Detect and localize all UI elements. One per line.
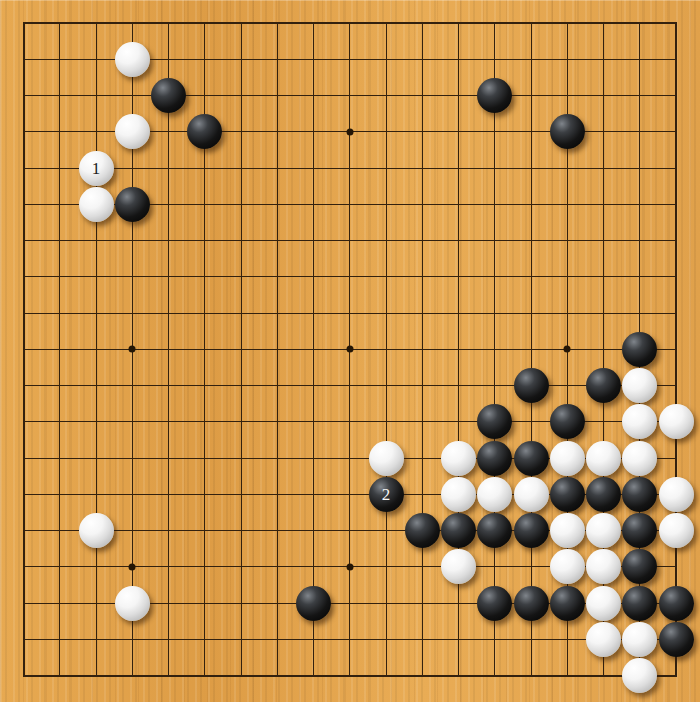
intersection[interactable] bbox=[368, 77, 404, 113]
intersection[interactable] bbox=[658, 77, 694, 113]
intersection[interactable] bbox=[42, 114, 78, 150]
intersection[interactable] bbox=[150, 150, 186, 186]
intersection[interactable] bbox=[295, 404, 331, 440]
intersection[interactable] bbox=[549, 259, 585, 295]
intersection[interactable] bbox=[114, 295, 150, 331]
intersection[interactable] bbox=[259, 367, 295, 403]
intersection[interactable] bbox=[658, 440, 694, 476]
intersection[interactable] bbox=[5, 621, 41, 657]
intersection[interactable] bbox=[549, 585, 585, 621]
intersection[interactable] bbox=[549, 367, 585, 403]
intersection[interactable] bbox=[5, 657, 41, 693]
intersection[interactable] bbox=[585, 476, 621, 512]
intersection[interactable] bbox=[42, 5, 78, 41]
intersection[interactable] bbox=[5, 476, 41, 512]
intersection[interactable] bbox=[187, 476, 223, 512]
intersection[interactable] bbox=[440, 77, 476, 113]
intersection[interactable] bbox=[622, 585, 658, 621]
intersection[interactable] bbox=[513, 114, 549, 150]
intersection[interactable] bbox=[332, 222, 368, 258]
intersection[interactable] bbox=[477, 585, 513, 621]
intersection[interactable] bbox=[187, 367, 223, 403]
intersection[interactable] bbox=[658, 331, 694, 367]
intersection[interactable] bbox=[187, 222, 223, 258]
intersection[interactable] bbox=[295, 114, 331, 150]
intersection[interactable] bbox=[295, 657, 331, 693]
intersection[interactable] bbox=[42, 585, 78, 621]
intersection[interactable] bbox=[295, 186, 331, 222]
intersection[interactable] bbox=[477, 295, 513, 331]
intersection[interactable] bbox=[477, 440, 513, 476]
intersection[interactable] bbox=[295, 259, 331, 295]
intersection[interactable] bbox=[259, 150, 295, 186]
intersection[interactable] bbox=[5, 77, 41, 113]
intersection[interactable] bbox=[513, 186, 549, 222]
intersection[interactable] bbox=[332, 367, 368, 403]
intersection[interactable] bbox=[622, 41, 658, 77]
intersection[interactable] bbox=[150, 41, 186, 77]
intersection[interactable] bbox=[223, 585, 259, 621]
intersection[interactable] bbox=[187, 440, 223, 476]
intersection[interactable] bbox=[295, 440, 331, 476]
intersection[interactable] bbox=[150, 404, 186, 440]
intersection[interactable] bbox=[440, 367, 476, 403]
intersection[interactable] bbox=[440, 440, 476, 476]
intersection[interactable] bbox=[259, 295, 295, 331]
intersection[interactable] bbox=[5, 512, 41, 548]
intersection[interactable] bbox=[440, 150, 476, 186]
intersection[interactable] bbox=[513, 621, 549, 657]
intersection[interactable] bbox=[477, 41, 513, 77]
intersection[interactable] bbox=[477, 404, 513, 440]
intersection[interactable] bbox=[368, 367, 404, 403]
intersection[interactable] bbox=[549, 512, 585, 548]
intersection[interactable] bbox=[187, 295, 223, 331]
intersection[interactable] bbox=[585, 585, 621, 621]
intersection[interactable] bbox=[114, 114, 150, 150]
intersection[interactable] bbox=[295, 77, 331, 113]
intersection[interactable] bbox=[259, 440, 295, 476]
intersection[interactable] bbox=[223, 114, 259, 150]
intersection[interactable] bbox=[114, 512, 150, 548]
intersection[interactable] bbox=[5, 549, 41, 585]
intersection[interactable] bbox=[549, 295, 585, 331]
intersection[interactable] bbox=[259, 621, 295, 657]
intersection[interactable] bbox=[368, 259, 404, 295]
intersection[interactable] bbox=[404, 512, 440, 548]
intersection[interactable] bbox=[622, 222, 658, 258]
intersection[interactable] bbox=[223, 440, 259, 476]
intersection[interactable] bbox=[78, 512, 114, 548]
intersection[interactable] bbox=[259, 114, 295, 150]
intersection[interactable] bbox=[259, 259, 295, 295]
intersection[interactable] bbox=[658, 404, 694, 440]
intersection[interactable] bbox=[585, 657, 621, 693]
intersection[interactable] bbox=[150, 186, 186, 222]
intersection[interactable] bbox=[114, 186, 150, 222]
intersection[interactable] bbox=[187, 512, 223, 548]
intersection[interactable] bbox=[114, 259, 150, 295]
intersection[interactable] bbox=[114, 331, 150, 367]
intersection[interactable] bbox=[585, 331, 621, 367]
intersection[interactable] bbox=[404, 404, 440, 440]
intersection[interactable] bbox=[223, 331, 259, 367]
intersection[interactable] bbox=[622, 77, 658, 113]
intersection[interactable] bbox=[477, 259, 513, 295]
intersection[interactable] bbox=[549, 150, 585, 186]
intersection[interactable]: 1 bbox=[78, 150, 114, 186]
intersection[interactable] bbox=[150, 367, 186, 403]
intersection[interactable] bbox=[404, 621, 440, 657]
intersection[interactable] bbox=[295, 367, 331, 403]
intersection[interactable] bbox=[259, 404, 295, 440]
intersection[interactable] bbox=[404, 259, 440, 295]
intersection[interactable] bbox=[440, 657, 476, 693]
intersection[interactable] bbox=[42, 621, 78, 657]
intersection[interactable] bbox=[332, 114, 368, 150]
intersection[interactable] bbox=[223, 295, 259, 331]
intersection[interactable] bbox=[513, 5, 549, 41]
intersection[interactable] bbox=[5, 331, 41, 367]
intersection[interactable] bbox=[78, 585, 114, 621]
intersection[interactable] bbox=[114, 549, 150, 585]
intersection[interactable] bbox=[332, 512, 368, 548]
intersection[interactable] bbox=[585, 295, 621, 331]
intersection[interactable] bbox=[658, 186, 694, 222]
intersection[interactable] bbox=[332, 150, 368, 186]
intersection[interactable] bbox=[513, 150, 549, 186]
intersection[interactable] bbox=[42, 295, 78, 331]
intersection[interactable] bbox=[513, 41, 549, 77]
intersection[interactable] bbox=[42, 404, 78, 440]
intersection[interactable] bbox=[404, 150, 440, 186]
intersection[interactable] bbox=[150, 585, 186, 621]
intersection[interactable] bbox=[513, 657, 549, 693]
intersection[interactable] bbox=[332, 404, 368, 440]
intersection[interactable] bbox=[295, 512, 331, 548]
intersection[interactable] bbox=[368, 440, 404, 476]
intersection[interactable] bbox=[585, 222, 621, 258]
intersection[interactable] bbox=[114, 77, 150, 113]
intersection[interactable] bbox=[78, 476, 114, 512]
intersection[interactable] bbox=[477, 512, 513, 548]
intersection[interactable] bbox=[549, 331, 585, 367]
intersection[interactable] bbox=[440, 331, 476, 367]
intersection[interactable] bbox=[42, 186, 78, 222]
intersection[interactable] bbox=[223, 259, 259, 295]
intersection[interactable] bbox=[332, 331, 368, 367]
intersection[interactable] bbox=[404, 476, 440, 512]
intersection[interactable] bbox=[78, 621, 114, 657]
go-board[interactable]: 12 bbox=[0, 0, 700, 702]
intersection[interactable] bbox=[622, 549, 658, 585]
intersection[interactable] bbox=[404, 222, 440, 258]
intersection[interactable] bbox=[440, 41, 476, 77]
intersection[interactable] bbox=[78, 259, 114, 295]
intersection[interactable] bbox=[513, 367, 549, 403]
intersection[interactable] bbox=[622, 295, 658, 331]
intersection[interactable] bbox=[187, 259, 223, 295]
intersection[interactable] bbox=[368, 512, 404, 548]
intersection[interactable] bbox=[150, 259, 186, 295]
intersection[interactable] bbox=[404, 585, 440, 621]
intersection[interactable] bbox=[513, 77, 549, 113]
intersection[interactable] bbox=[259, 41, 295, 77]
intersection[interactable] bbox=[513, 295, 549, 331]
intersection[interactable] bbox=[513, 404, 549, 440]
intersection[interactable] bbox=[477, 331, 513, 367]
intersection[interactable] bbox=[477, 5, 513, 41]
intersection[interactable] bbox=[295, 549, 331, 585]
intersection[interactable] bbox=[622, 150, 658, 186]
intersection[interactable] bbox=[223, 222, 259, 258]
intersection[interactable] bbox=[368, 150, 404, 186]
intersection[interactable] bbox=[658, 549, 694, 585]
intersection[interactable] bbox=[223, 5, 259, 41]
intersection[interactable] bbox=[5, 585, 41, 621]
intersection[interactable] bbox=[549, 186, 585, 222]
intersection[interactable] bbox=[585, 621, 621, 657]
intersection[interactable] bbox=[42, 41, 78, 77]
intersection[interactable] bbox=[404, 41, 440, 77]
intersection[interactable] bbox=[658, 259, 694, 295]
intersection[interactable] bbox=[585, 549, 621, 585]
intersection[interactable] bbox=[187, 186, 223, 222]
intersection[interactable] bbox=[440, 585, 476, 621]
intersection[interactable] bbox=[658, 585, 694, 621]
intersection[interactable] bbox=[549, 657, 585, 693]
intersection[interactable] bbox=[368, 585, 404, 621]
intersection[interactable] bbox=[368, 222, 404, 258]
intersection[interactable] bbox=[368, 41, 404, 77]
intersection[interactable] bbox=[114, 150, 150, 186]
intersection[interactable] bbox=[440, 259, 476, 295]
intersection[interactable] bbox=[187, 585, 223, 621]
intersection[interactable] bbox=[259, 77, 295, 113]
intersection[interactable] bbox=[78, 367, 114, 403]
intersection[interactable] bbox=[295, 585, 331, 621]
intersection[interactable] bbox=[114, 41, 150, 77]
intersection[interactable] bbox=[42, 150, 78, 186]
intersection[interactable] bbox=[150, 549, 186, 585]
intersection[interactable] bbox=[622, 186, 658, 222]
intersection[interactable] bbox=[585, 114, 621, 150]
intersection[interactable] bbox=[78, 404, 114, 440]
intersection[interactable] bbox=[259, 549, 295, 585]
intersection[interactable] bbox=[223, 549, 259, 585]
intersection[interactable] bbox=[658, 114, 694, 150]
intersection[interactable] bbox=[5, 150, 41, 186]
intersection[interactable] bbox=[549, 440, 585, 476]
intersection[interactable] bbox=[585, 259, 621, 295]
intersection[interactable] bbox=[42, 657, 78, 693]
intersection[interactable] bbox=[513, 549, 549, 585]
intersection[interactable] bbox=[658, 512, 694, 548]
intersection[interactable] bbox=[259, 5, 295, 41]
intersection[interactable] bbox=[114, 585, 150, 621]
intersection[interactable] bbox=[404, 186, 440, 222]
intersection[interactable] bbox=[332, 186, 368, 222]
intersection[interactable] bbox=[187, 657, 223, 693]
intersection[interactable] bbox=[622, 512, 658, 548]
intersection[interactable] bbox=[332, 585, 368, 621]
intersection[interactable] bbox=[549, 476, 585, 512]
intersection[interactable] bbox=[150, 5, 186, 41]
intersection[interactable] bbox=[658, 657, 694, 693]
intersection[interactable] bbox=[404, 657, 440, 693]
intersection[interactable] bbox=[440, 476, 476, 512]
intersection[interactable] bbox=[368, 5, 404, 41]
intersection[interactable] bbox=[440, 5, 476, 41]
intersection[interactable] bbox=[223, 41, 259, 77]
intersection[interactable] bbox=[549, 114, 585, 150]
intersection[interactable] bbox=[658, 295, 694, 331]
intersection[interactable] bbox=[368, 114, 404, 150]
intersection[interactable] bbox=[332, 77, 368, 113]
intersection[interactable] bbox=[658, 621, 694, 657]
intersection[interactable] bbox=[368, 657, 404, 693]
intersection[interactable] bbox=[259, 657, 295, 693]
intersection[interactable] bbox=[114, 621, 150, 657]
intersection[interactable] bbox=[150, 222, 186, 258]
intersection[interactable] bbox=[368, 331, 404, 367]
intersection[interactable] bbox=[187, 621, 223, 657]
intersection[interactable] bbox=[150, 331, 186, 367]
intersection[interactable] bbox=[5, 114, 41, 150]
intersection[interactable] bbox=[187, 77, 223, 113]
intersection[interactable] bbox=[5, 295, 41, 331]
intersection[interactable] bbox=[114, 476, 150, 512]
intersection[interactable] bbox=[295, 295, 331, 331]
intersection[interactable] bbox=[223, 150, 259, 186]
intersection[interactable] bbox=[5, 259, 41, 295]
intersection[interactable] bbox=[477, 186, 513, 222]
intersection[interactable] bbox=[440, 222, 476, 258]
intersection[interactable] bbox=[187, 5, 223, 41]
intersection[interactable] bbox=[42, 440, 78, 476]
intersection[interactable] bbox=[477, 77, 513, 113]
intersection[interactable] bbox=[295, 5, 331, 41]
intersection[interactable] bbox=[78, 440, 114, 476]
intersection[interactable] bbox=[42, 512, 78, 548]
intersection[interactable] bbox=[5, 404, 41, 440]
intersection[interactable] bbox=[549, 5, 585, 41]
intersection[interactable] bbox=[187, 331, 223, 367]
intersection[interactable] bbox=[585, 440, 621, 476]
intersection[interactable] bbox=[477, 657, 513, 693]
intersection[interactable] bbox=[223, 512, 259, 548]
intersection[interactable] bbox=[295, 150, 331, 186]
intersection[interactable] bbox=[622, 331, 658, 367]
intersection[interactable] bbox=[5, 440, 41, 476]
intersection[interactable] bbox=[5, 41, 41, 77]
intersection[interactable] bbox=[440, 114, 476, 150]
intersection[interactable] bbox=[585, 150, 621, 186]
intersection[interactable] bbox=[332, 295, 368, 331]
intersection[interactable] bbox=[513, 222, 549, 258]
intersection[interactable]: 2 bbox=[368, 476, 404, 512]
intersection[interactable] bbox=[404, 5, 440, 41]
intersection[interactable] bbox=[622, 114, 658, 150]
intersection[interactable] bbox=[78, 331, 114, 367]
intersection[interactable] bbox=[622, 657, 658, 693]
intersection[interactable] bbox=[259, 186, 295, 222]
intersection[interactable] bbox=[295, 621, 331, 657]
intersection[interactable] bbox=[622, 476, 658, 512]
intersection[interactable] bbox=[332, 657, 368, 693]
intersection[interactable] bbox=[42, 222, 78, 258]
intersection[interactable] bbox=[585, 5, 621, 41]
intersection[interactable] bbox=[513, 585, 549, 621]
intersection[interactable] bbox=[332, 440, 368, 476]
intersection[interactable] bbox=[42, 331, 78, 367]
intersection[interactable] bbox=[404, 295, 440, 331]
intersection[interactable] bbox=[513, 440, 549, 476]
intersection[interactable] bbox=[368, 549, 404, 585]
intersection[interactable] bbox=[150, 657, 186, 693]
intersection[interactable] bbox=[5, 222, 41, 258]
intersection[interactable] bbox=[332, 621, 368, 657]
intersection[interactable] bbox=[114, 440, 150, 476]
intersection[interactable] bbox=[658, 41, 694, 77]
intersection[interactable] bbox=[78, 77, 114, 113]
intersection[interactable] bbox=[42, 259, 78, 295]
intersection[interactable] bbox=[259, 476, 295, 512]
intersection[interactable] bbox=[404, 77, 440, 113]
intersection[interactable] bbox=[332, 41, 368, 77]
intersection[interactable] bbox=[332, 5, 368, 41]
intersection[interactable] bbox=[332, 476, 368, 512]
intersection[interactable] bbox=[440, 295, 476, 331]
intersection[interactable] bbox=[658, 5, 694, 41]
intersection[interactable] bbox=[150, 512, 186, 548]
intersection[interactable] bbox=[549, 621, 585, 657]
intersection[interactable] bbox=[622, 621, 658, 657]
intersection[interactable] bbox=[404, 440, 440, 476]
intersection[interactable] bbox=[440, 549, 476, 585]
intersection[interactable] bbox=[5, 186, 41, 222]
intersection[interactable] bbox=[187, 404, 223, 440]
intersection[interactable] bbox=[78, 5, 114, 41]
intersection[interactable] bbox=[150, 476, 186, 512]
intersection[interactable] bbox=[404, 331, 440, 367]
intersection[interactable] bbox=[585, 512, 621, 548]
intersection[interactable] bbox=[78, 549, 114, 585]
intersection[interactable] bbox=[295, 41, 331, 77]
intersection[interactable] bbox=[549, 404, 585, 440]
intersection[interactable] bbox=[440, 404, 476, 440]
intersection[interactable] bbox=[477, 114, 513, 150]
intersection[interactable] bbox=[259, 585, 295, 621]
intersection[interactable] bbox=[114, 367, 150, 403]
intersection[interactable] bbox=[622, 404, 658, 440]
intersection[interactable] bbox=[295, 331, 331, 367]
intersection[interactable] bbox=[513, 259, 549, 295]
intersection[interactable] bbox=[440, 621, 476, 657]
intersection[interactable] bbox=[477, 222, 513, 258]
intersection[interactable] bbox=[42, 476, 78, 512]
intersection[interactable] bbox=[549, 41, 585, 77]
intersection[interactable] bbox=[368, 621, 404, 657]
intersection[interactable] bbox=[513, 512, 549, 548]
intersection[interactable] bbox=[658, 476, 694, 512]
intersection[interactable] bbox=[549, 222, 585, 258]
intersection[interactable] bbox=[78, 222, 114, 258]
intersection[interactable] bbox=[42, 549, 78, 585]
intersection[interactable] bbox=[585, 367, 621, 403]
intersection[interactable] bbox=[150, 295, 186, 331]
intersection[interactable] bbox=[187, 150, 223, 186]
